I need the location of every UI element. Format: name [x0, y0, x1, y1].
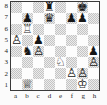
square-b6[interactable]: ♖ — [22, 24, 33, 35]
piece-bq: ♛ — [44, 13, 55, 24]
square-g4[interactable] — [77, 46, 88, 57]
square-d5[interactable] — [44, 35, 55, 46]
square-d4[interactable] — [44, 46, 55, 57]
piece-wp: ♙ — [11, 35, 22, 46]
file-label-e: e — [55, 92, 66, 103]
square-d6[interactable] — [44, 24, 55, 35]
file-label-f: f — [66, 92, 77, 103]
file-label-d: d — [44, 92, 55, 103]
piece-wp: ♙ — [66, 68, 77, 79]
square-a4[interactable] — [11, 46, 22, 57]
piece-wn: ♘ — [55, 57, 66, 68]
square-e1[interactable] — [55, 79, 66, 90]
rank-labels: 87654321 — [0, 1, 10, 91]
rank-label-7: 7 — [0, 12, 10, 23]
square-a7[interactable] — [11, 13, 22, 24]
square-f4[interactable] — [66, 46, 77, 57]
piece-wp: ♙ — [77, 68, 88, 79]
square-a2[interactable] — [11, 68, 22, 79]
square-f1[interactable] — [66, 79, 77, 90]
chess-diagram: 87654321 ♜♚♟♛♟♟♖♙♟♞♙♟♘♙♙♙♕♔ abcdefgh — [0, 0, 107, 105]
piece-wq: ♕ — [22, 79, 33, 90]
piece-bp: ♟ — [22, 13, 33, 24]
square-e4[interactable] — [55, 46, 66, 57]
square-g6[interactable] — [77, 24, 88, 35]
square-g7[interactable]: ♟ — [77, 13, 88, 24]
square-b2[interactable] — [22, 68, 33, 79]
chess-board: ♜♚♟♛♟♟♖♙♟♞♙♟♘♙♙♙♕♔ — [10, 1, 100, 91]
square-f5[interactable] — [66, 35, 77, 46]
square-d8[interactable]: ♜ — [44, 2, 55, 13]
square-f6[interactable] — [66, 24, 77, 35]
square-h2[interactable] — [88, 68, 99, 79]
square-c3[interactable] — [33, 57, 44, 68]
square-c6[interactable] — [33, 24, 44, 35]
square-g1[interactable]: ♔ — [77, 79, 88, 90]
piece-bp: ♟ — [33, 35, 44, 46]
square-a1[interactable] — [11, 79, 22, 90]
file-label-g: g — [78, 92, 89, 103]
square-a5[interactable]: ♙ — [11, 35, 22, 46]
square-b8[interactable] — [22, 2, 33, 13]
square-f7[interactable]: ♟ — [66, 13, 77, 24]
square-c7[interactable] — [33, 13, 44, 24]
file-labels: abcdefgh — [10, 92, 100, 103]
square-a8[interactable] — [11, 2, 22, 13]
square-b7[interactable]: ♟ — [22, 13, 33, 24]
piece-bn: ♞ — [22, 46, 33, 57]
piece-bp: ♟ — [77, 13, 88, 24]
rank-label-8: 8 — [0, 1, 10, 12]
square-f2[interactable]: ♙ — [66, 68, 77, 79]
square-d7[interactable]: ♛ — [44, 13, 55, 24]
square-f3[interactable] — [66, 57, 77, 68]
piece-bp: ♟ — [88, 46, 99, 57]
square-e5[interactable] — [55, 35, 66, 46]
square-g5[interactable] — [77, 35, 88, 46]
piece-wp: ♙ — [33, 46, 44, 57]
square-c2[interactable] — [33, 68, 44, 79]
piece-bk: ♚ — [77, 2, 88, 13]
square-g3[interactable] — [77, 57, 88, 68]
square-e3[interactable]: ♘ — [55, 57, 66, 68]
file-label-b: b — [21, 92, 32, 103]
square-a6[interactable] — [11, 24, 22, 35]
square-c4[interactable]: ♙ — [33, 46, 44, 57]
rank-label-3: 3 — [0, 57, 10, 68]
square-g2[interactable]: ♙ — [77, 68, 88, 79]
rank-label-5: 5 — [0, 35, 10, 46]
rank-label-6: 6 — [0, 24, 10, 35]
square-e2[interactable] — [55, 68, 66, 79]
rank-label-1: 1 — [0, 80, 10, 91]
file-label-a: a — [10, 92, 21, 103]
square-d3[interactable] — [44, 57, 55, 68]
square-d2[interactable] — [44, 68, 55, 79]
piece-wr: ♖ — [22, 24, 33, 35]
file-label-h: h — [89, 92, 100, 103]
square-h4[interactable]: ♟ — [88, 46, 99, 57]
square-c1[interactable] — [33, 79, 44, 90]
square-b3[interactable] — [22, 57, 33, 68]
piece-wk: ♔ — [77, 79, 88, 90]
square-b5[interactable] — [22, 35, 33, 46]
square-e8[interactable] — [55, 2, 66, 13]
square-d1[interactable] — [44, 79, 55, 90]
square-h7[interactable] — [88, 13, 99, 24]
square-h1[interactable] — [88, 79, 99, 90]
square-e6[interactable] — [55, 24, 66, 35]
piece-wp: ♙ — [88, 57, 99, 68]
square-a3[interactable] — [11, 57, 22, 68]
square-f8[interactable] — [66, 2, 77, 13]
square-b1[interactable]: ♕ — [22, 79, 33, 90]
square-c8[interactable] — [33, 2, 44, 13]
file-label-c: c — [33, 92, 44, 103]
piece-bp: ♟ — [66, 13, 77, 24]
square-g8[interactable]: ♚ — [77, 2, 88, 13]
square-h3[interactable]: ♙ — [88, 57, 99, 68]
rank-label-2: 2 — [0, 69, 10, 80]
square-c5[interactable]: ♟ — [33, 35, 44, 46]
square-b4[interactable]: ♞ — [22, 46, 33, 57]
square-h6[interactable] — [88, 24, 99, 35]
piece-br: ♜ — [44, 2, 55, 13]
square-h8[interactable] — [88, 2, 99, 13]
square-e7[interactable] — [55, 13, 66, 24]
rank-label-4: 4 — [0, 46, 10, 57]
square-h5[interactable] — [88, 35, 99, 46]
